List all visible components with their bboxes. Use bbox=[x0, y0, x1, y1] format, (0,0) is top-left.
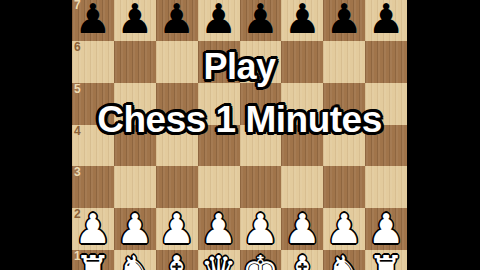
black-pawn-piece[interactable]: ♟ bbox=[72, 0, 114, 41]
white-rook-piece[interactable]: ♜ bbox=[365, 250, 407, 270]
square-c6[interactable] bbox=[156, 41, 198, 83]
white-rook-piece[interactable]: ♜ bbox=[72, 250, 114, 270]
white-pawn-piece[interactable]: ♟ bbox=[156, 208, 198, 250]
white-bishop-piece[interactable]: ♝ bbox=[156, 250, 198, 270]
square-e5[interactable] bbox=[240, 83, 282, 125]
white-knight-piece[interactable]: ♞ bbox=[323, 250, 365, 270]
square-a5[interactable]: 5 bbox=[72, 83, 114, 125]
square-f4[interactable] bbox=[281, 125, 323, 167]
rank-label-3: 3 bbox=[74, 166, 81, 179]
square-g2[interactable]: ♟ bbox=[323, 208, 365, 250]
white-queen-piece[interactable]: ♛ bbox=[198, 250, 240, 270]
square-d2[interactable]: ♟ bbox=[198, 208, 240, 250]
square-h6[interactable] bbox=[365, 41, 407, 83]
square-a6[interactable]: 6 bbox=[72, 41, 114, 83]
square-h1[interactable]: ♜ bbox=[365, 250, 407, 270]
square-g1[interactable]: ♞ bbox=[323, 250, 365, 270]
rank-label-5: 5 bbox=[74, 83, 81, 96]
square-g5[interactable] bbox=[323, 83, 365, 125]
square-g4[interactable] bbox=[323, 125, 365, 167]
white-pawn-piece[interactable]: ♟ bbox=[114, 208, 156, 250]
square-d5[interactable] bbox=[198, 83, 240, 125]
square-h2[interactable]: ♟ bbox=[365, 208, 407, 250]
white-bishop-piece[interactable]: ♝ bbox=[281, 250, 323, 270]
square-e6[interactable] bbox=[240, 41, 282, 83]
white-knight-piece[interactable]: ♞ bbox=[114, 250, 156, 270]
square-b1[interactable]: ♞ bbox=[114, 250, 156, 270]
square-f6[interactable] bbox=[281, 41, 323, 83]
square-b6[interactable] bbox=[114, 41, 156, 83]
square-a2[interactable]: 2♟ bbox=[72, 208, 114, 250]
square-b2[interactable]: ♟ bbox=[114, 208, 156, 250]
square-e1[interactable]: ♚ bbox=[240, 250, 282, 270]
square-d6[interactable] bbox=[198, 41, 240, 83]
rank-label-4: 4 bbox=[74, 125, 81, 138]
black-pawn-piece[interactable]: ♟ bbox=[240, 0, 282, 41]
square-b3[interactable] bbox=[114, 166, 156, 208]
chess-board: 7♟♟♟♟♟♟♟♟65432♟♟♟♟♟♟♟♟1♜♞♝♛♚♝♞♜ bbox=[72, 0, 407, 270]
white-pawn-piece[interactable]: ♟ bbox=[198, 208, 240, 250]
square-a1[interactable]: 1♜ bbox=[72, 250, 114, 270]
square-c2[interactable]: ♟ bbox=[156, 208, 198, 250]
square-a3[interactable]: 3 bbox=[72, 166, 114, 208]
square-d1[interactable]: ♛ bbox=[198, 250, 240, 270]
video-thumbnail: 7♟♟♟♟♟♟♟♟65432♟♟♟♟♟♟♟♟1♜♞♝♛♚♝♞♜ Play Che… bbox=[0, 0, 480, 270]
square-g7[interactable]: ♟ bbox=[323, 0, 365, 41]
white-pawn-piece[interactable]: ♟ bbox=[72, 208, 114, 250]
square-e7[interactable]: ♟ bbox=[240, 0, 282, 41]
black-pawn-piece[interactable]: ♟ bbox=[156, 0, 198, 41]
white-king-piece[interactable]: ♚ bbox=[240, 250, 282, 270]
square-e4[interactable] bbox=[240, 125, 282, 167]
black-pawn-piece[interactable]: ♟ bbox=[365, 0, 407, 41]
square-h4[interactable] bbox=[365, 125, 407, 167]
white-pawn-piece[interactable]: ♟ bbox=[240, 208, 282, 250]
white-pawn-piece[interactable]: ♟ bbox=[281, 208, 323, 250]
square-a7[interactable]: 7♟ bbox=[72, 0, 114, 41]
black-pawn-piece[interactable]: ♟ bbox=[323, 0, 365, 41]
square-f3[interactable] bbox=[281, 166, 323, 208]
square-g3[interactable] bbox=[323, 166, 365, 208]
square-d4[interactable] bbox=[198, 125, 240, 167]
square-h5[interactable] bbox=[365, 83, 407, 125]
square-b7[interactable]: ♟ bbox=[114, 0, 156, 41]
square-b4[interactable] bbox=[114, 125, 156, 167]
square-f7[interactable]: ♟ bbox=[281, 0, 323, 41]
black-pawn-piece[interactable]: ♟ bbox=[198, 0, 240, 41]
square-f1[interactable]: ♝ bbox=[281, 250, 323, 270]
square-c4[interactable] bbox=[156, 125, 198, 167]
square-f2[interactable]: ♟ bbox=[281, 208, 323, 250]
square-e3[interactable] bbox=[240, 166, 282, 208]
rank-label-6: 6 bbox=[74, 41, 81, 54]
square-c3[interactable] bbox=[156, 166, 198, 208]
black-pawn-piece[interactable]: ♟ bbox=[114, 0, 156, 41]
square-d7[interactable]: ♟ bbox=[198, 0, 240, 41]
square-a4[interactable]: 4 bbox=[72, 125, 114, 167]
square-c7[interactable]: ♟ bbox=[156, 0, 198, 41]
square-g6[interactable] bbox=[323, 41, 365, 83]
square-c1[interactable]: ♝ bbox=[156, 250, 198, 270]
square-d3[interactable] bbox=[198, 166, 240, 208]
square-h7[interactable]: ♟ bbox=[365, 0, 407, 41]
square-e2[interactable]: ♟ bbox=[240, 208, 282, 250]
square-h3[interactable] bbox=[365, 166, 407, 208]
white-pawn-piece[interactable]: ♟ bbox=[323, 208, 365, 250]
square-c5[interactable] bbox=[156, 83, 198, 125]
square-b5[interactable] bbox=[114, 83, 156, 125]
square-f5[interactable] bbox=[281, 83, 323, 125]
white-pawn-piece[interactable]: ♟ bbox=[365, 208, 407, 250]
black-pawn-piece[interactable]: ♟ bbox=[281, 0, 323, 41]
